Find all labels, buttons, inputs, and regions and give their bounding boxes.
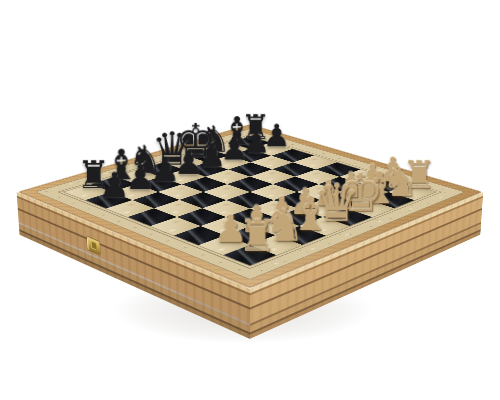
stage: ♜♝♞♛♚♞♝♜♟♟♟♟♟♟♟♟♟♟♟♟♟♟♟♟♜♞♝♛♚♝♞♜ bbox=[0, 0, 500, 400]
piece-white-rook[interactable]: ♜ bbox=[238, 214, 275, 257]
chess-box: ♜♝♞♛♚♞♝♜♟♟♟♟♟♟♟♟♟♟♟♟♟♟♟♟♜♞♝♛♚♝♞♜ bbox=[17, 124, 484, 289]
brass-latch-icon bbox=[87, 237, 100, 255]
piece-black-pawn[interactable]: ♟ bbox=[97, 167, 130, 202]
